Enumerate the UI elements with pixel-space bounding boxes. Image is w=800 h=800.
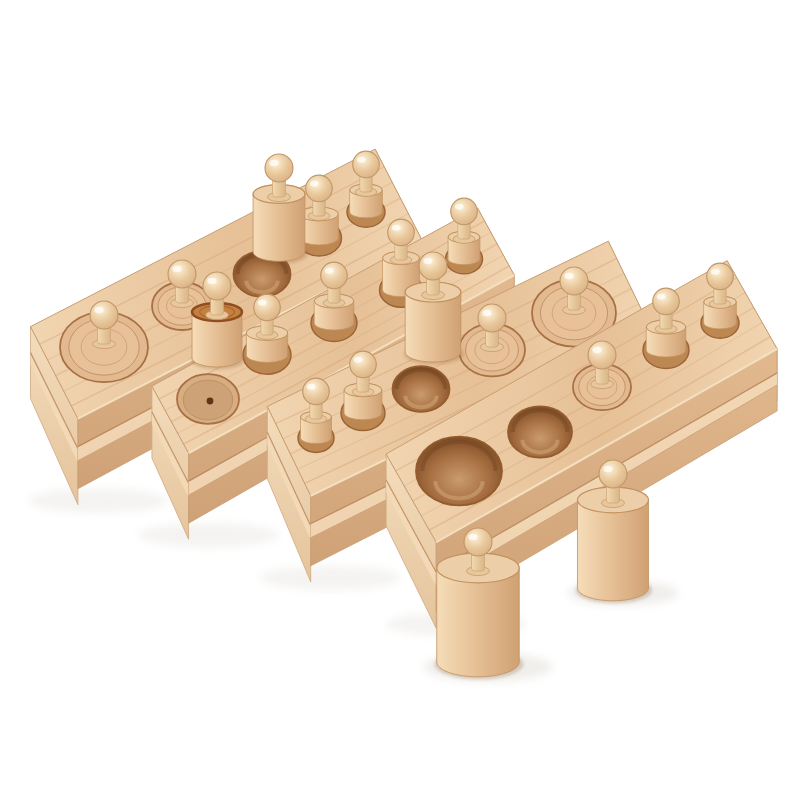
socket-xs-filled-raised [298,378,334,452]
cylinder-knob [168,260,196,308]
product-photo [0,0,800,800]
cylinder-knob [707,263,734,308]
cylinder-knob [388,219,415,264]
socket-xs-filled-raised [701,263,739,338]
socket-m-empty [393,366,450,412]
cylinder-knob [451,198,478,243]
cylinder-knob [306,175,333,220]
cylinder-knob [599,460,627,508]
cylinder-knob [419,252,447,300]
socket-l-empty [508,406,572,457]
cylinder-knob [350,351,377,396]
cylinder-knob [478,304,506,352]
cylinder-knob [303,378,330,423]
socket-xs-filled-raised [446,198,483,274]
socket-l-empty-shallow-dot [177,374,239,424]
cylinder-blocks-scene [0,0,800,800]
socket-xl-empty [416,437,502,506]
cylinder-knob [588,341,616,389]
cylinder-knob [90,301,118,349]
cylinder-knob [203,272,231,320]
cylinder-knob [353,151,380,196]
cylinder-knob [653,288,680,333]
cylinder-knob [254,294,281,339]
cylinder-knob [321,262,348,307]
cylinder-knob [560,267,588,315]
cylinder-knob [265,154,293,202]
socket-xs-filled-raised [347,151,385,227]
cylinder-knob [464,528,492,576]
